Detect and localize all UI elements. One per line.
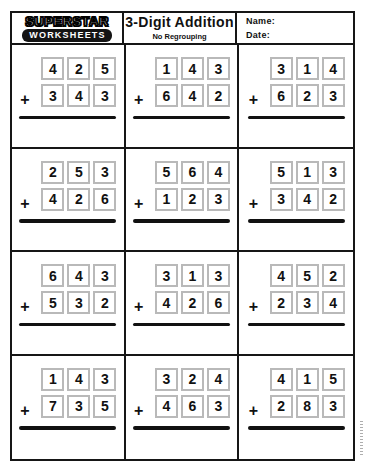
plus-operator-icon: + xyxy=(249,92,258,108)
digit-box: 3 xyxy=(41,84,64,107)
digit-box: 3 xyxy=(155,264,178,287)
addend-bottom-row: 342 xyxy=(248,188,345,211)
digit-box: 1 xyxy=(155,188,178,211)
plus-operator-icon: + xyxy=(249,403,258,419)
digit-box: 6 xyxy=(270,84,293,107)
digit-box: 3 xyxy=(93,84,116,107)
digit-box: 6 xyxy=(93,188,116,211)
addend-top-row: 564 xyxy=(133,161,230,184)
digit-box: 3 xyxy=(207,57,230,80)
answer-line xyxy=(19,219,116,223)
addend-bottom-row: 642 xyxy=(133,84,230,107)
digit-box: 3 xyxy=(155,368,178,391)
plus-operator-icon: + xyxy=(249,299,258,315)
digit-box: 6 xyxy=(207,291,230,314)
logo-line-1: SUPERSTAR xyxy=(25,15,109,28)
answer-line xyxy=(19,323,116,327)
digit-box: 3 xyxy=(322,161,345,184)
answer-line xyxy=(19,116,116,120)
problem-cell-11: 324463+ xyxy=(126,356,240,460)
problem-cell-7: 643532+ xyxy=(12,252,126,356)
addend-bottom-row: 735 xyxy=(19,395,116,418)
addend-top-row: 425 xyxy=(19,57,116,80)
problem-cell-5: 564123+ xyxy=(126,149,240,253)
digit-box: 3 xyxy=(93,368,116,391)
name-label: Name: xyxy=(246,16,353,26)
digit-box: 1 xyxy=(41,368,64,391)
digit-box: 6 xyxy=(181,161,204,184)
answer-line xyxy=(133,323,230,327)
digit-box: 5 xyxy=(322,368,345,391)
addition-problem: 314623+ xyxy=(248,57,345,119)
digit-box: 5 xyxy=(155,161,178,184)
digit-box: 3 xyxy=(270,188,293,211)
digit-box: 2 xyxy=(270,395,293,418)
superstar-worksheets-logo: SUPERSTAR WORKSHEETS xyxy=(12,13,124,43)
digit-box: 2 xyxy=(41,161,64,184)
page-subtitle: No Regrouping xyxy=(124,32,235,41)
answer-line xyxy=(248,116,345,120)
addition-problem: 564123+ xyxy=(133,161,230,223)
digit-box: 4 xyxy=(181,57,204,80)
digit-box: 6 xyxy=(155,84,178,107)
digit-box: 3 xyxy=(93,264,116,287)
digit-box: 2 xyxy=(181,188,204,211)
digit-box: 7 xyxy=(41,395,64,418)
addition-problem: 452234+ xyxy=(248,264,345,326)
digit-box: 4 xyxy=(67,368,90,391)
addition-problem: 324463+ xyxy=(133,368,230,430)
worksheet-header: SUPERSTAR WORKSHEETS 3-Digit Addition No… xyxy=(12,13,353,45)
plus-operator-icon: + xyxy=(20,299,29,315)
addend-bottom-row: 343 xyxy=(19,84,116,107)
addend-top-row: 324 xyxy=(133,368,230,391)
digit-box: 4 xyxy=(322,291,345,314)
digit-box: 4 xyxy=(270,368,293,391)
digit-box: 4 xyxy=(207,161,230,184)
page-title: 3-Digit Addition xyxy=(124,15,235,30)
digit-box: 4 xyxy=(41,188,64,211)
plus-operator-icon: + xyxy=(134,299,143,315)
addition-problem: 143735+ xyxy=(19,368,116,430)
digit-box: 1 xyxy=(296,368,319,391)
date-label: Date: xyxy=(246,30,353,40)
digit-box: 3 xyxy=(67,395,90,418)
addend-bottom-row: 532 xyxy=(19,291,116,314)
digit-box: 3 xyxy=(207,395,230,418)
plus-operator-icon: + xyxy=(134,403,143,419)
addend-bottom-row: 463 xyxy=(133,395,230,418)
problem-cell-10: 143735+ xyxy=(12,356,126,460)
worksheet-page: SUPERSTAR WORKSHEETS 3-Digit Addition No… xyxy=(10,11,355,461)
digit-box: 4 xyxy=(67,264,90,287)
digit-box: 2 xyxy=(207,84,230,107)
addend-top-row: 452 xyxy=(248,264,345,287)
digit-box: 4 xyxy=(207,368,230,391)
addend-bottom-row: 123 xyxy=(133,188,230,211)
addition-problem: 415283+ xyxy=(248,368,345,430)
addition-problem: 643532+ xyxy=(19,264,116,326)
problem-cell-8: 313426+ xyxy=(126,252,240,356)
digit-box: 3 xyxy=(93,161,116,184)
addend-top-row: 314 xyxy=(248,57,345,80)
problem-cell-3: 314623+ xyxy=(239,45,353,149)
digit-box: 6 xyxy=(41,264,64,287)
digit-box: 4 xyxy=(270,264,293,287)
digit-box: 3 xyxy=(322,84,345,107)
plus-operator-icon: + xyxy=(249,196,258,212)
name-date-block: Name: Date: xyxy=(237,13,353,43)
addend-bottom-row: 426 xyxy=(19,188,116,211)
answer-line xyxy=(133,116,230,120)
problem-cell-6: 513342+ xyxy=(239,149,353,253)
addend-top-row: 143 xyxy=(19,368,116,391)
digit-box: 3 xyxy=(322,395,345,418)
digit-box: 1 xyxy=(296,161,319,184)
addend-top-row: 143 xyxy=(133,57,230,80)
addend-bottom-row: 623 xyxy=(248,84,345,107)
digit-box: 5 xyxy=(67,161,90,184)
digit-box: 2 xyxy=(270,291,293,314)
addition-problem: 253426+ xyxy=(19,161,116,223)
problems-grid: 425343+143642+314623+253426+564123+51334… xyxy=(12,45,353,459)
digit-box: 1 xyxy=(155,57,178,80)
digit-box: 4 xyxy=(41,57,64,80)
digit-box: 2 xyxy=(67,57,90,80)
answer-line xyxy=(248,323,345,327)
answer-line xyxy=(19,426,116,430)
digit-box: 2 xyxy=(181,368,204,391)
addition-problem: 513342+ xyxy=(248,161,345,223)
addend-top-row: 253 xyxy=(19,161,116,184)
answer-line xyxy=(248,426,345,430)
addend-top-row: 513 xyxy=(248,161,345,184)
digit-box: 4 xyxy=(296,188,319,211)
addend-top-row: 415 xyxy=(248,368,345,391)
answer-line xyxy=(133,426,230,430)
plus-operator-icon: + xyxy=(20,92,29,108)
plus-operator-icon: + xyxy=(20,403,29,419)
addend-top-row: 643 xyxy=(19,264,116,287)
digit-box: 5 xyxy=(296,264,319,287)
edge-fineprint xyxy=(360,421,363,455)
problem-cell-4: 253426+ xyxy=(12,149,126,253)
digit-box: 4 xyxy=(155,291,178,314)
digit-box: 5 xyxy=(41,291,64,314)
digit-box: 1 xyxy=(181,264,204,287)
digit-box: 6 xyxy=(181,395,204,418)
digit-box: 5 xyxy=(270,161,293,184)
digit-box: 2 xyxy=(296,84,319,107)
digit-box: 8 xyxy=(296,395,319,418)
answer-line xyxy=(133,219,230,223)
problem-cell-2: 143642+ xyxy=(126,45,240,149)
digit-box: 3 xyxy=(207,264,230,287)
plus-operator-icon: + xyxy=(134,92,143,108)
addend-bottom-row: 426 xyxy=(133,291,230,314)
digit-box: 2 xyxy=(322,188,345,211)
digit-box: 1 xyxy=(296,57,319,80)
answer-line xyxy=(248,219,345,223)
problem-cell-1: 425343+ xyxy=(12,45,126,149)
digit-box: 2 xyxy=(322,264,345,287)
digit-box: 4 xyxy=(155,395,178,418)
digit-box: 2 xyxy=(181,291,204,314)
addition-problem: 313426+ xyxy=(133,264,230,326)
worksheet-title-block: 3-Digit Addition No Regrouping xyxy=(124,13,237,43)
problem-cell-9: 452234+ xyxy=(239,252,353,356)
addend-top-row: 313 xyxy=(133,264,230,287)
digit-box: 4 xyxy=(181,84,204,107)
digit-box: 5 xyxy=(93,395,116,418)
digit-box: 2 xyxy=(67,188,90,211)
plus-operator-icon: + xyxy=(134,196,143,212)
digit-box: 4 xyxy=(322,57,345,80)
addition-problem: 425343+ xyxy=(19,57,116,119)
digit-box: 5 xyxy=(93,57,116,80)
digit-box: 3 xyxy=(296,291,319,314)
plus-operator-icon: + xyxy=(20,196,29,212)
addend-bottom-row: 234 xyxy=(248,291,345,314)
digit-box: 3 xyxy=(270,57,293,80)
addend-bottom-row: 283 xyxy=(248,395,345,418)
digit-box: 2 xyxy=(93,291,116,314)
digit-box: 3 xyxy=(207,188,230,211)
problem-cell-12: 415283+ xyxy=(239,356,353,460)
logo-line-2: WORKSHEETS xyxy=(22,29,112,42)
digit-box: 3 xyxy=(67,291,90,314)
digit-box: 4 xyxy=(67,84,90,107)
addition-problem: 143642+ xyxy=(133,57,230,119)
